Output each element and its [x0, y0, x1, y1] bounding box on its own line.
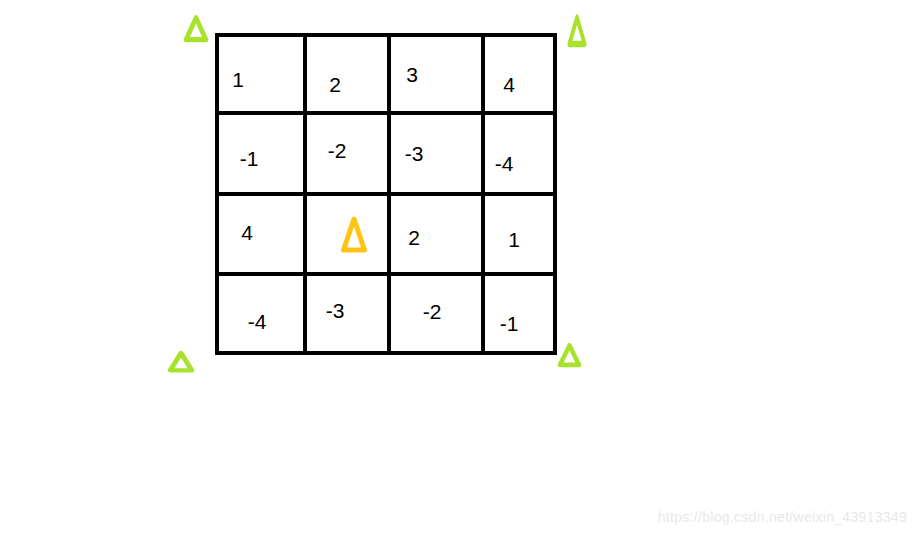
grid-cell-r1c1: 1 [219, 37, 303, 111]
cell-value: 4 [503, 74, 515, 95]
cell-value: 3 [406, 64, 418, 85]
cell-value: -4 [248, 311, 267, 332]
cell-value: -1 [500, 313, 519, 334]
grid-cell-r3c2 [307, 196, 387, 272]
cell-value: 1 [232, 69, 244, 90]
cell-value: 1 [508, 229, 520, 250]
corner-triangle-bottom-right-icon [557, 342, 582, 368]
grid-cell-r2c3: -3 [391, 115, 481, 192]
cell-value: 2 [408, 227, 420, 248]
grid-cell-r2c1: -1 [219, 115, 303, 192]
grid-cell-r4c1: -4 [219, 276, 303, 351]
cell-value: 4 [241, 222, 253, 243]
grid-cell-r1c3: 3 [391, 37, 481, 111]
cell-value: -4 [495, 153, 514, 174]
grid-cell-r3c3: 2 [391, 196, 481, 272]
grid-cell-r4c2: -3 [307, 276, 387, 351]
corner-triangle-bottom-left-icon [167, 350, 195, 373]
cell-value: -2 [423, 301, 442, 322]
corner-triangle-top-right-icon [567, 13, 587, 48]
puzzle-grid: 1 2 3 4 -1 -2 -3 -4 4 2 1 -4 -3 -2 -1 [215, 33, 557, 355]
watermark-url: https://blog.csdn.net/weixin_43913349 [658, 509, 907, 525]
grid-cell-r4c3: -2 [391, 276, 481, 351]
page: 1 2 3 4 -1 -2 -3 -4 4 2 1 -4 -3 -2 -1 ht… [0, 0, 917, 537]
grid-cell-r3c1: 4 [219, 196, 303, 272]
grid-cell-r2c2: -2 [307, 115, 387, 192]
grid-cell-r2c4: -4 [485, 115, 553, 192]
cell-value: 2 [329, 74, 341, 95]
cell-value: -2 [328, 140, 347, 161]
cell-value: -3 [405, 143, 424, 164]
corner-triangle-top-left-icon [183, 14, 209, 43]
cell-value: -1 [240, 148, 259, 169]
grid-cell-r3c4: 1 [485, 196, 553, 272]
cell-triangle-marker-icon [341, 214, 367, 254]
grid-cell-r1c2: 2 [307, 37, 387, 111]
cell-value: -3 [326, 300, 345, 321]
grid-cell-r1c4: 4 [485, 37, 553, 111]
grid-cell-r4c4: -1 [485, 276, 553, 351]
